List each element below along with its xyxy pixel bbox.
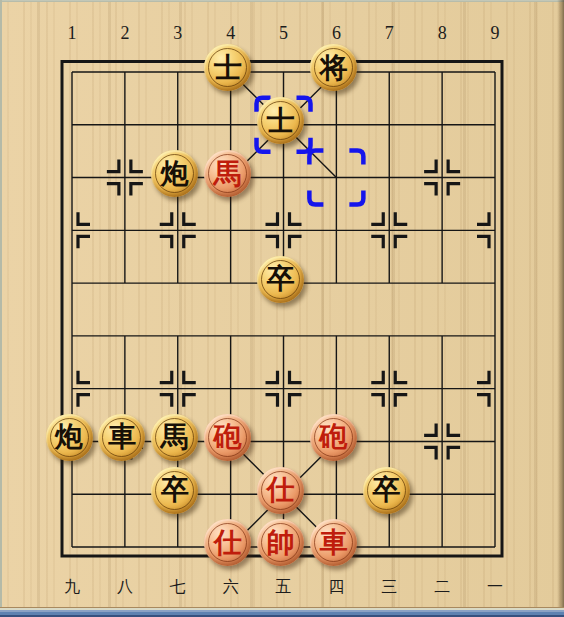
- piece-glyph: 炮: [55, 423, 83, 451]
- file-label-bottom-4: 六: [205, 577, 257, 598]
- piece-glyph: 仕: [267, 476, 295, 504]
- piece-glyph: 卒: [267, 265, 295, 293]
- piece-glyph: 馬: [214, 160, 242, 188]
- red-horse[interactable]: 馬: [204, 150, 251, 197]
- red-cannon[interactable]: 砲: [204, 414, 251, 461]
- board-point-f2-r7: 車: [98, 415, 151, 468]
- red-general[interactable]: 帥: [257, 519, 304, 566]
- file-label-bottom-9: 一: [469, 577, 521, 598]
- window-edge-top: [0, 0, 564, 2]
- file-label-bottom-2: 八: [99, 577, 151, 598]
- window-bottom-bar: [0, 607, 564, 617]
- black-horse[interactable]: 馬: [151, 414, 198, 461]
- file-label-bottom-3: 七: [152, 577, 204, 598]
- piece-glyph: 士: [214, 54, 242, 82]
- board-point-f4-r0: 士: [204, 46, 257, 99]
- file-label-bottom-6: 四: [310, 577, 362, 598]
- black-soldier[interactable]: 卒: [363, 467, 410, 514]
- board-point-f6-r0: 将: [310, 46, 363, 99]
- piece-glyph: 将: [319, 54, 347, 82]
- black-cannon[interactable]: 炮: [46, 414, 93, 461]
- red-advisor[interactable]: 仕: [204, 519, 251, 566]
- board-point-f5-r4: 卒: [257, 257, 310, 310]
- window-edge-left: [0, 0, 2, 607]
- board-point-f4-r7: 砲: [204, 415, 257, 468]
- piece-glyph: 炮: [161, 160, 189, 188]
- board-point-f3-r7: 馬: [151, 415, 204, 468]
- red-cannon[interactable]: 砲: [310, 414, 357, 461]
- piece-glyph: 帥: [267, 529, 295, 557]
- black-cannon[interactable]: 炮: [151, 150, 198, 197]
- black-general[interactable]: 将: [310, 44, 357, 91]
- board-point-f5-r1: 士: [257, 98, 310, 151]
- piece-glyph: 砲: [319, 423, 347, 451]
- board-point-f4-r9: 仕: [204, 520, 257, 573]
- board-grid[interactable]: 士将士炮馬卒炮車馬砲砲卒仕卒仕帥車: [46, 46, 522, 574]
- red-chariot[interactable]: 車: [310, 519, 357, 566]
- file-label-bottom-5: 五: [258, 577, 310, 598]
- window-edge-right: [557, 0, 564, 607]
- black-chariot[interactable]: 車: [98, 414, 145, 461]
- piece-glyph: 卒: [161, 476, 189, 504]
- board-point-f3-r8: 卒: [151, 468, 204, 521]
- board-point-f1-r7: 炮: [46, 415, 99, 468]
- board-point-f6-r9: 車: [310, 520, 363, 573]
- black-soldier[interactable]: 卒: [257, 256, 304, 303]
- piece-glyph: 砲: [214, 423, 242, 451]
- black-advisor[interactable]: 士: [257, 97, 304, 144]
- file-label-bottom-8: 二: [416, 577, 468, 598]
- piece-glyph: 士: [267, 107, 295, 135]
- board-point-f4-r2: 馬: [204, 151, 257, 204]
- piece-glyph: 車: [319, 529, 347, 557]
- board-point-f7-r8: 卒: [363, 468, 416, 521]
- file-label-bottom-7: 三: [363, 577, 415, 598]
- board-point-f6-r7: 砲: [310, 415, 363, 468]
- red-advisor[interactable]: 仕: [257, 467, 304, 514]
- piece-glyph: 馬: [161, 423, 189, 451]
- board-point-f5-r9: 帥: [257, 520, 310, 573]
- file-label-bottom-1: 九: [46, 577, 98, 598]
- board-point-f5-r8: 仕: [257, 468, 310, 521]
- black-advisor[interactable]: 士: [204, 44, 251, 91]
- black-soldier[interactable]: 卒: [151, 467, 198, 514]
- piece-glyph: 卒: [372, 476, 400, 504]
- piece-glyph: 仕: [214, 529, 242, 557]
- xiangqi-window: 123456789 士将士炮馬卒炮車馬砲砲卒仕卒仕帥車 九八七六五四三二一: [0, 0, 564, 617]
- piece-glyph: 車: [108, 423, 136, 451]
- board-point-f3-r2: 炮: [151, 151, 204, 204]
